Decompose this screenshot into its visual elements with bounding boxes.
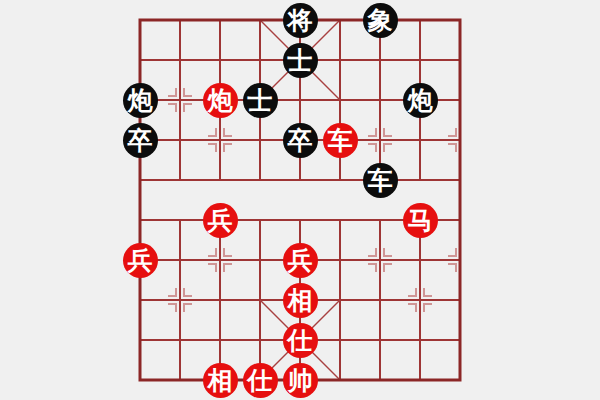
piece-grid: 将象士炮炮士炮卒卒车车兵马兵兵相仕相仕帅 [120, 0, 480, 400]
piece-red-chariot[interactable]: 车 [323, 123, 358, 158]
piece-black-elephant[interactable]: 象 [363, 3, 398, 38]
piece-red-elephant[interactable]: 相 [283, 283, 318, 318]
piece-red-soldier[interactable]: 兵 [123, 243, 158, 278]
piece-black-advisor[interactable]: 士 [283, 43, 318, 78]
piece-red-soldier[interactable]: 兵 [283, 243, 318, 278]
piece-black-chariot[interactable]: 车 [363, 163, 398, 198]
piece-red-soldier[interactable]: 兵 [203, 203, 238, 238]
piece-black-soldier[interactable]: 卒 [283, 123, 318, 158]
xiangqi-board: 将象士炮炮士炮卒卒车车兵马兵兵相仕相仕帅 [0, 0, 600, 400]
piece-red-cannon[interactable]: 炮 [203, 83, 238, 118]
piece-red-advisor[interactable]: 仕 [283, 323, 318, 358]
piece-black-cannon[interactable]: 炮 [123, 83, 158, 118]
piece-red-general[interactable]: 帅 [283, 363, 318, 398]
piece-red-horse[interactable]: 马 [403, 203, 438, 238]
piece-red-elephant[interactable]: 相 [203, 363, 238, 398]
piece-black-soldier[interactable]: 卒 [123, 123, 158, 158]
piece-red-advisor[interactable]: 仕 [243, 363, 278, 398]
piece-black-cannon[interactable]: 炮 [403, 83, 438, 118]
piece-black-advisor[interactable]: 士 [243, 83, 278, 118]
piece-black-general[interactable]: 将 [283, 3, 318, 38]
